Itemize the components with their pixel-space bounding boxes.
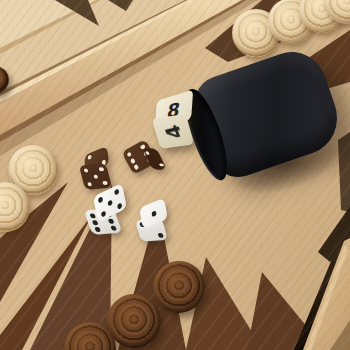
die-pip [108, 218, 115, 223]
die-pip [98, 167, 104, 172]
die-pip [91, 220, 98, 225]
backgammon-photo: 8 4 [0, 0, 350, 350]
die-pip [87, 182, 93, 187]
die-pip [133, 164, 139, 170]
die-pip [130, 158, 136, 164]
die-pip [158, 233, 164, 238]
die-pip [145, 151, 150, 154]
die-pip [83, 168, 89, 173]
die-pip [94, 226, 101, 231]
die-pip [93, 174, 99, 179]
die-pip [102, 180, 108, 185]
die-pip [101, 210, 107, 217]
doubling-cube-front-value: 4 [159, 122, 187, 141]
die-pip [107, 199, 113, 206]
die-pip [87, 154, 92, 160]
die-pip [110, 225, 117, 230]
die-pip [117, 202, 123, 209]
dark-checker[interactable] [107, 294, 161, 348]
dark-checker[interactable] [153, 261, 205, 313]
die-pip [98, 196, 104, 203]
die-pip [126, 151, 132, 157]
board-side-rail [294, 132, 350, 350]
die-pip [159, 163, 164, 166]
die-pip [114, 188, 120, 195]
die-pip [89, 213, 96, 218]
die-pip [151, 210, 157, 217]
